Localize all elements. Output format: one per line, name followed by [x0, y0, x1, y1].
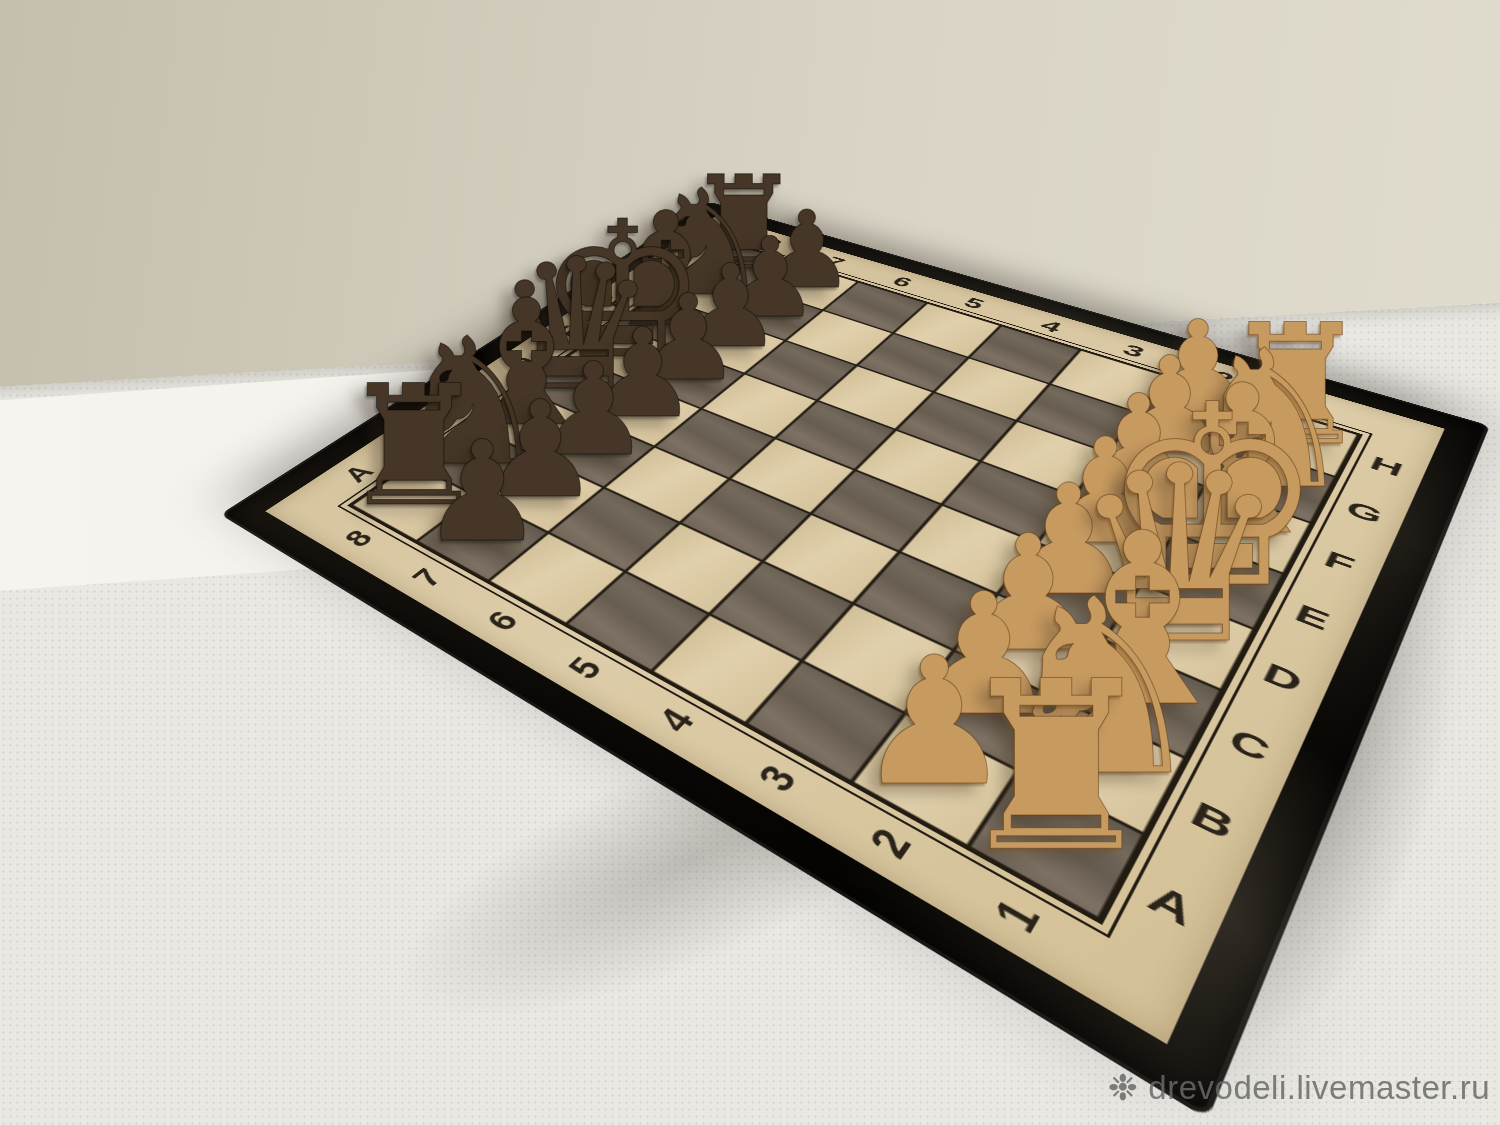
- rosette-snowflake-icon: ❉: [1108, 1067, 1139, 1109]
- board-frame: ABCDEFGH ABCDEFGH 87654321 87654321: [220, 202, 1490, 1120]
- board-perspective-wrapper: ABCDEFGH ABCDEFGH 87654321 87654321: [0, 0, 1500, 1125]
- board-label-plate: ABCDEFGH ABCDEFGH 87654321 87654321: [265, 215, 1444, 1044]
- watermark: ❉ drevodeli.livemaster.ru: [1108, 1067, 1490, 1109]
- chess-photo-scene: ABCDEFGH ABCDEFGH 87654321 87654321 ♜♞♝♛…: [0, 0, 1500, 1125]
- watermark-text: drevodeli.livemaster.ru: [1148, 1069, 1490, 1107]
